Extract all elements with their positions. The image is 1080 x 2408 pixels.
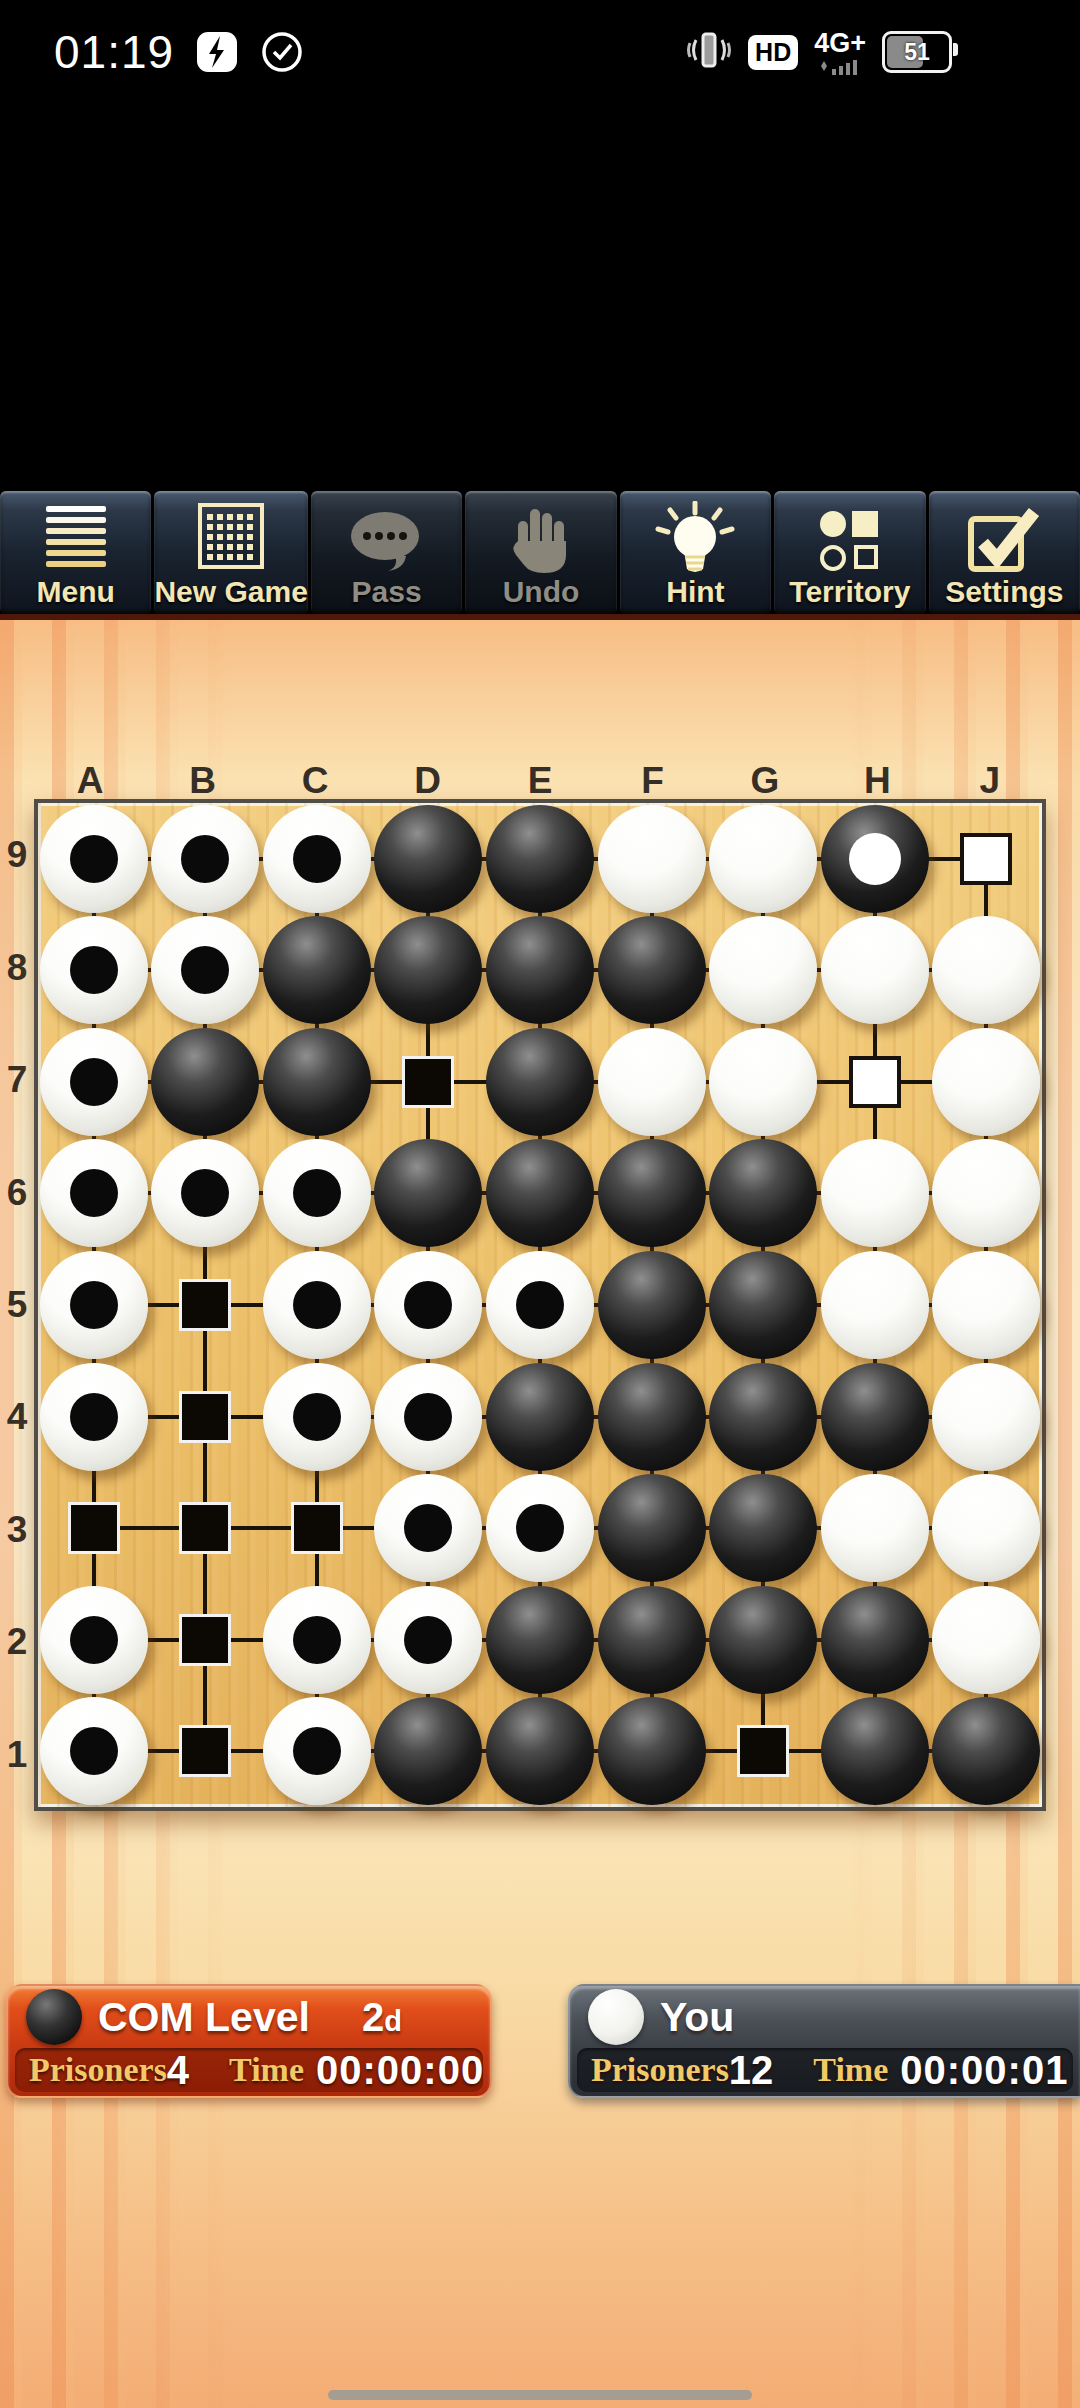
- column-label-d: D: [414, 760, 441, 802]
- hd-badge: HD: [748, 35, 798, 70]
- intersection-e1[interactable]: [484, 1695, 596, 1807]
- intersection-h1[interactable]: [819, 1695, 931, 1807]
- gesture-bar[interactable]: [328, 2390, 752, 2400]
- intersection-e5[interactable]: [484, 1249, 596, 1361]
- intersection-c9[interactable]: [261, 803, 373, 915]
- intersection-g9[interactable]: [707, 803, 819, 915]
- black-dead-mark: [293, 1281, 341, 1329]
- black-territory-marker: [179, 1391, 231, 1443]
- intersection-g7[interactable]: [707, 1026, 819, 1138]
- white-stone: [598, 1028, 706, 1136]
- black-stone-icon: [26, 1989, 82, 2045]
- intersection-j1[interactable]: [930, 1695, 1042, 1807]
- intersection-f8[interactable]: [596, 914, 708, 1026]
- intersection-c3[interactable]: [261, 1472, 373, 1584]
- white-dead-mark: [849, 833, 901, 885]
- black-stone: [486, 916, 594, 1024]
- dead-white-stone: [263, 1586, 371, 1694]
- you-prisoners-count: 12: [729, 2048, 774, 2093]
- black-territory-marker: [402, 1056, 454, 1108]
- intersection-d2[interactable]: [372, 1584, 484, 1696]
- intersection-h6[interactable]: [819, 1137, 931, 1249]
- black-stone: [709, 1251, 817, 1359]
- intersection-j7[interactable]: [930, 1026, 1042, 1138]
- dead-white-stone: [40, 1251, 148, 1359]
- white-stone: [821, 1474, 929, 1582]
- circle-check-notification-icon: [260, 30, 304, 74]
- menu-icon: [46, 503, 106, 575]
- white-territory-marker: [849, 1056, 901, 1108]
- intersection-b7[interactable]: [149, 1026, 261, 1138]
- black-territory-marker: [179, 1614, 231, 1666]
- dead-white-stone: [263, 805, 371, 913]
- network-indicator: 4G+: [814, 30, 866, 75]
- row-label-8: 8: [7, 947, 28, 989]
- intersection-a7[interactable]: [38, 1026, 150, 1138]
- pass-button[interactable]: Pass: [311, 491, 462, 614]
- intersection-h2[interactable]: [819, 1584, 931, 1696]
- you-prisoners-label: Prisoners: [591, 2051, 729, 2089]
- black-stone: [374, 1697, 482, 1805]
- black-stone: [374, 1139, 482, 1247]
- settings-button[interactable]: Settings: [929, 491, 1080, 614]
- dead-white-stone: [151, 916, 259, 1024]
- intersection-a4[interactable]: [38, 1361, 150, 1473]
- white-stone: [932, 1028, 1040, 1136]
- black-stone: [932, 1697, 1040, 1805]
- intersection-b3[interactable]: [149, 1472, 261, 1584]
- com-prisoners-label: Prisoners: [29, 2051, 167, 2089]
- black-dead-mark: [404, 1504, 452, 1552]
- toolbar: Menu New Game Pass Undo Hint: [0, 491, 1080, 620]
- intersection-a3[interactable]: [38, 1472, 150, 1584]
- intersection-e4[interactable]: [484, 1361, 596, 1473]
- black-stone: [598, 1474, 706, 1582]
- intersection-d4[interactable]: [372, 1361, 484, 1473]
- row-label-2: 2: [7, 1621, 28, 1663]
- black-territory-marker: [179, 1502, 231, 1554]
- black-stone: [709, 1363, 817, 1471]
- intersection-b4[interactable]: [149, 1361, 261, 1473]
- black-stone: [821, 1363, 929, 1471]
- dead-white-stone: [40, 1028, 148, 1136]
- com-rank: 2d: [362, 1995, 402, 2040]
- intersection-j6[interactable]: [930, 1137, 1042, 1249]
- you-player-panel: You Prisoners 12 Time 00:00:01: [568, 1984, 1080, 2098]
- intersection-g8[interactable]: [707, 914, 819, 1026]
- intersection-c8[interactable]: [261, 914, 373, 1026]
- white-stone: [932, 1474, 1040, 1582]
- black-stone: [486, 1028, 594, 1136]
- black-dead-mark: [181, 946, 229, 994]
- intersection-a5[interactable]: [38, 1249, 150, 1361]
- new-game-label: New Game: [154, 575, 307, 609]
- intersection-f6[interactable]: [596, 1137, 708, 1249]
- black-stone: [263, 916, 371, 1024]
- black-stone: [821, 1697, 929, 1805]
- black-dead-mark: [516, 1504, 564, 1552]
- hint-label: Hint: [666, 575, 724, 609]
- intersection-a2[interactable]: [38, 1584, 150, 1696]
- intersection-d3[interactable]: [372, 1472, 484, 1584]
- intersection-b6[interactable]: [149, 1137, 261, 1249]
- intersection-g6[interactable]: [707, 1137, 819, 1249]
- black-dead-mark: [70, 1616, 118, 1664]
- black-stone: [598, 1251, 706, 1359]
- dead-white-stone: [40, 1139, 148, 1247]
- intersection-c6[interactable]: [261, 1137, 373, 1249]
- dead-white-stone: [40, 1697, 148, 1805]
- column-label-c: C: [302, 760, 329, 802]
- black-dead-mark: [70, 1058, 118, 1106]
- black-stone: [374, 916, 482, 1024]
- dead-black-stone: [821, 805, 929, 913]
- dead-white-stone: [40, 805, 148, 913]
- intersection-f4[interactable]: [596, 1361, 708, 1473]
- row-label-1: 1: [7, 1734, 28, 1776]
- white-stone: [932, 1586, 1040, 1694]
- white-stone: [709, 916, 817, 1024]
- row-label-6: 6: [7, 1172, 28, 1214]
- intersection-f5[interactable]: [596, 1249, 708, 1361]
- intersection-d9[interactable]: [372, 803, 484, 915]
- black-territory-marker: [179, 1725, 231, 1777]
- black-dead-mark: [404, 1281, 452, 1329]
- territory-button[interactable]: Territory: [774, 491, 925, 614]
- intersection-d1[interactable]: [372, 1695, 484, 1807]
- row-label-5: 5: [7, 1284, 28, 1326]
- hint-button[interactable]: Hint: [620, 491, 771, 614]
- vibrate-icon: [686, 30, 732, 74]
- intersection-g1[interactable]: [707, 1695, 819, 1807]
- white-stone: [709, 1028, 817, 1136]
- com-panel-stats: Prisoners 4 Time 00:00:00: [15, 2048, 483, 2092]
- stones-squares-icon: [818, 503, 882, 575]
- intersection-b5[interactable]: [149, 1249, 261, 1361]
- intersection-f3[interactable]: [596, 1472, 708, 1584]
- lightbulb-icon: [650, 503, 740, 575]
- com-prisoners-count: 4: [167, 2048, 189, 2093]
- settings-label: Settings: [945, 575, 1063, 609]
- white-stone-icon: [588, 1989, 644, 2045]
- dead-white-stone: [40, 1586, 148, 1694]
- com-panel-top: COM Level 2d: [8, 1986, 490, 2048]
- black-dead-mark: [293, 1169, 341, 1217]
- black-dead-mark: [404, 1616, 452, 1664]
- signal-bars-icon: [820, 57, 860, 75]
- status-right-cluster: HD 4G+ 51: [686, 30, 952, 75]
- intersection-d8[interactable]: [372, 914, 484, 1026]
- intersection-h7[interactable]: [819, 1026, 931, 1138]
- intersection-j2[interactable]: [930, 1584, 1042, 1696]
- dead-white-stone: [40, 916, 148, 1024]
- intersection-c5[interactable]: [261, 1249, 373, 1361]
- intersection-g2[interactable]: [707, 1584, 819, 1696]
- column-labels: ABCDEFGHJ: [34, 759, 1046, 803]
- white-stone: [932, 916, 1040, 1024]
- white-stone: [821, 1251, 929, 1359]
- intersection-j8[interactable]: [930, 914, 1042, 1026]
- intersection-a1[interactable]: [38, 1695, 150, 1807]
- black-stone: [598, 1697, 706, 1805]
- intersection-b1[interactable]: [149, 1695, 261, 1807]
- black-dead-mark: [404, 1393, 452, 1441]
- intersection-e3[interactable]: [484, 1472, 596, 1584]
- com-time-label: Time: [229, 2051, 304, 2089]
- black-territory-marker: [737, 1725, 789, 1777]
- white-stone: [821, 1139, 929, 1247]
- column-label-j: J: [979, 760, 1000, 802]
- network-type-label: 4G+: [814, 30, 866, 57]
- go-board[interactable]: [34, 799, 1046, 1811]
- dead-white-stone: [263, 1697, 371, 1805]
- intersection-a9[interactable]: [38, 803, 150, 915]
- dead-white-stone: [263, 1251, 371, 1359]
- hand-icon: [510, 503, 572, 575]
- intersection-e7[interactable]: [484, 1026, 596, 1138]
- black-stone: [709, 1139, 817, 1247]
- intersection-j5[interactable]: [930, 1249, 1042, 1361]
- black-dead-mark: [516, 1281, 564, 1329]
- flash-notification-icon: [196, 31, 238, 73]
- undo-label: Undo: [503, 575, 580, 609]
- dead-white-stone: [40, 1363, 148, 1471]
- intersection-h8[interactable]: [819, 914, 931, 1026]
- battery-percent: 51: [885, 39, 949, 66]
- com-player-name: COM Level: [98, 1994, 310, 2041]
- dead-white-stone: [374, 1586, 482, 1694]
- pass-label: Pass: [352, 575, 422, 609]
- black-dead-mark: [70, 835, 118, 883]
- dead-white-stone: [151, 1139, 259, 1247]
- row-label-9: 9: [7, 834, 28, 876]
- intersection-e8[interactable]: [484, 914, 596, 1026]
- you-time-label: Time: [813, 2051, 888, 2089]
- black-stone: [486, 1697, 594, 1805]
- you-player-name: You: [660, 1994, 734, 2041]
- black-stone: [263, 1028, 371, 1136]
- intersection-c2[interactable]: [261, 1584, 373, 1696]
- intersection-f1[interactable]: [596, 1695, 708, 1807]
- board-grid-icon: [198, 503, 264, 575]
- phone-screen: 01:19 HD 4G+ 51 Menu: [0, 0, 1080, 2408]
- intersection-e2[interactable]: [484, 1584, 596, 1696]
- undo-button[interactable]: Undo: [465, 491, 616, 614]
- intersection-g4[interactable]: [707, 1361, 819, 1473]
- black-dead-mark: [70, 1169, 118, 1217]
- intersection-g5[interactable]: [707, 1249, 819, 1361]
- intersection-f2[interactable]: [596, 1584, 708, 1696]
- black-dead-mark: [293, 1727, 341, 1775]
- white-stone: [932, 1139, 1040, 1247]
- dead-white-stone: [486, 1251, 594, 1359]
- you-time-value: 00:00:01: [900, 2048, 1068, 2093]
- white-stone: [709, 805, 817, 913]
- you-panel-stats: Prisoners 12 Time 00:00:01: [577, 2048, 1073, 2092]
- dead-white-stone: [374, 1474, 482, 1582]
- speech-bubble-icon: [348, 503, 426, 575]
- white-stone: [598, 805, 706, 913]
- menu-label: Menu: [37, 575, 115, 609]
- black-stone: [598, 916, 706, 1024]
- new-game-button[interactable]: New Game: [154, 491, 307, 614]
- black-stone: [598, 1139, 706, 1247]
- black-dead-mark: [293, 1616, 341, 1664]
- black-dead-mark: [181, 1169, 229, 1217]
- black-dead-mark: [70, 1281, 118, 1329]
- black-territory-marker: [68, 1502, 120, 1554]
- intersection-d7[interactable]: [372, 1026, 484, 1138]
- black-dead-mark: [293, 1393, 341, 1441]
- black-dead-mark: [293, 835, 341, 883]
- dead-white-stone: [374, 1363, 482, 1471]
- white-stone: [932, 1363, 1040, 1471]
- intersection-c7[interactable]: [261, 1026, 373, 1138]
- intersection-f9[interactable]: [596, 803, 708, 915]
- intersection-j4[interactable]: [930, 1361, 1042, 1473]
- column-label-h: H: [864, 760, 891, 802]
- intersection-j3[interactable]: [930, 1472, 1042, 1584]
- white-stone: [821, 916, 929, 1024]
- row-label-4: 4: [7, 1396, 28, 1438]
- intersection-e6[interactable]: [484, 1137, 596, 1249]
- intersection-h5[interactable]: [819, 1249, 931, 1361]
- row-labels: 987654321: [0, 799, 34, 1811]
- row-label-3: 3: [7, 1509, 28, 1551]
- black-territory-marker: [179, 1279, 231, 1331]
- intersection-g3[interactable]: [707, 1472, 819, 1584]
- black-dead-mark: [181, 835, 229, 883]
- column-label-f: F: [641, 760, 664, 802]
- black-dead-mark: [70, 1393, 118, 1441]
- intersection-h3[interactable]: [819, 1472, 931, 1584]
- black-stone: [486, 805, 594, 913]
- black-stone: [486, 1139, 594, 1247]
- intersection-f7[interactable]: [596, 1026, 708, 1138]
- intersection-a6[interactable]: [38, 1137, 150, 1249]
- intersection-d5[interactable]: [372, 1249, 484, 1361]
- black-stone: [709, 1586, 817, 1694]
- black-stone: [374, 805, 482, 913]
- black-stone: [709, 1474, 817, 1582]
- dead-white-stone: [151, 805, 259, 913]
- dead-white-stone: [374, 1251, 482, 1359]
- black-stone: [151, 1028, 259, 1136]
- intersection-c1[interactable]: [261, 1695, 373, 1807]
- black-stone: [598, 1363, 706, 1471]
- clock-time: 01:19: [54, 25, 174, 79]
- column-label-b: B: [189, 760, 216, 802]
- checkbox-icon: [966, 503, 1042, 575]
- menu-button[interactable]: Menu: [0, 491, 151, 614]
- black-territory-marker: [291, 1502, 343, 1554]
- black-dead-mark: [70, 1727, 118, 1775]
- intersection-e9[interactable]: [484, 803, 596, 915]
- battery-icon: 51: [882, 31, 952, 73]
- intersection-a8[interactable]: [38, 914, 150, 1026]
- intersection-b2[interactable]: [149, 1584, 261, 1696]
- dead-white-stone: [486, 1474, 594, 1582]
- intersection-h9[interactable]: [819, 803, 931, 915]
- you-panel-top: You: [570, 1986, 1080, 2048]
- black-stone: [598, 1586, 706, 1694]
- row-label-7: 7: [7, 1059, 28, 1101]
- column-label-g: G: [750, 760, 779, 802]
- black-stone: [486, 1586, 594, 1694]
- intersection-b9[interactable]: [149, 803, 261, 915]
- column-label-a: A: [77, 760, 104, 802]
- territory-label: Territory: [789, 575, 910, 609]
- intersection-b8[interactable]: [149, 914, 261, 1026]
- dead-white-stone: [263, 1363, 371, 1471]
- intersection-j9[interactable]: [930, 803, 1042, 915]
- intersection-h4[interactable]: [819, 1361, 931, 1473]
- black-stone: [486, 1363, 594, 1471]
- black-dead-mark: [70, 946, 118, 994]
- status-bar: 01:19 HD 4G+ 51: [0, 0, 1080, 104]
- white-territory-marker: [960, 833, 1012, 885]
- white-stone: [932, 1251, 1040, 1359]
- intersection-d6[interactable]: [372, 1137, 484, 1249]
- com-player-panel: COM Level 2d Prisoners 4 Time 00:00:00: [6, 1984, 492, 2098]
- column-label-e: E: [528, 760, 553, 802]
- dead-white-stone: [263, 1139, 371, 1247]
- game-area: ABCDEFGHJ 987654321 COM Level 2d Prisone…: [0, 620, 1080, 2408]
- com-time-value: 00:00:00: [316, 2048, 484, 2093]
- intersection-c4[interactable]: [261, 1361, 373, 1473]
- black-stone: [821, 1586, 929, 1694]
